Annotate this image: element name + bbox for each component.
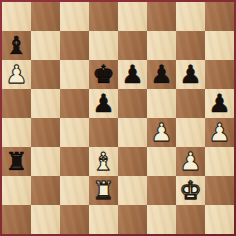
square-d7[interactable] [89, 31, 118, 60]
square-g5[interactable] [176, 89, 205, 118]
square-a8[interactable] [2, 2, 31, 31]
square-f7[interactable] [147, 31, 176, 60]
square-e7[interactable] [118, 31, 147, 60]
square-c6[interactable] [60, 60, 89, 89]
square-h7[interactable] [205, 31, 234, 60]
square-b6[interactable] [31, 60, 60, 89]
square-b7[interactable] [31, 31, 60, 60]
square-d1[interactable] [89, 205, 118, 234]
square-a5[interactable] [2, 89, 31, 118]
square-c4[interactable] [60, 118, 89, 147]
piece-white-king[interactable]: ♚ [176, 176, 205, 205]
square-a7[interactable]: ♝ [2, 31, 31, 60]
square-g3[interactable]: ♟ [176, 147, 205, 176]
square-c2[interactable] [60, 176, 89, 205]
square-b8[interactable] [31, 2, 60, 31]
square-g2[interactable]: ♚ [176, 176, 205, 205]
square-d4[interactable] [89, 118, 118, 147]
square-c7[interactable] [60, 31, 89, 60]
square-d6[interactable]: ♚ [89, 60, 118, 89]
square-f2[interactable] [147, 176, 176, 205]
square-g4[interactable] [176, 118, 205, 147]
square-h6[interactable] [205, 60, 234, 89]
piece-black-pawn[interactable]: ♟ [89, 89, 118, 118]
piece-white-bishop[interactable]: ♝ [89, 147, 118, 176]
square-f4[interactable]: ♟ [147, 118, 176, 147]
square-h5[interactable]: ♟ [205, 89, 234, 118]
square-b2[interactable] [31, 176, 60, 205]
square-d8[interactable] [89, 2, 118, 31]
square-g1[interactable] [176, 205, 205, 234]
square-h2[interactable] [205, 176, 234, 205]
chess-board: ♝♟♚♟♟♟♟♟♟♟♜♝♟♜♚ [2, 2, 234, 234]
square-d5[interactable]: ♟ [89, 89, 118, 118]
piece-white-pawn[interactable]: ♟ [205, 118, 234, 147]
square-c8[interactable] [60, 2, 89, 31]
square-h3[interactable] [205, 147, 234, 176]
piece-white-pawn[interactable]: ♟ [147, 118, 176, 147]
square-e5[interactable] [118, 89, 147, 118]
square-c5[interactable] [60, 89, 89, 118]
square-g6[interactable]: ♟ [176, 60, 205, 89]
square-b3[interactable] [31, 147, 60, 176]
square-d3[interactable]: ♝ [89, 147, 118, 176]
piece-black-rook[interactable]: ♜ [2, 147, 31, 176]
square-a6[interactable]: ♟ [2, 60, 31, 89]
square-f3[interactable] [147, 147, 176, 176]
square-h1[interactable] [205, 205, 234, 234]
square-a4[interactable] [2, 118, 31, 147]
square-d2[interactable]: ♜ [89, 176, 118, 205]
square-g8[interactable] [176, 2, 205, 31]
square-e3[interactable] [118, 147, 147, 176]
square-e6[interactable]: ♟ [118, 60, 147, 89]
square-f8[interactable] [147, 2, 176, 31]
piece-black-bishop[interactable]: ♝ [2, 31, 31, 60]
chess-board-frame: ♝♟♚♟♟♟♟♟♟♟♜♝♟♜♚ [0, 0, 236, 236]
piece-black-pawn[interactable]: ♟ [176, 60, 205, 89]
piece-black-pawn[interactable]: ♟ [205, 89, 234, 118]
square-b1[interactable] [31, 205, 60, 234]
square-g7[interactable] [176, 31, 205, 60]
square-b5[interactable] [31, 89, 60, 118]
square-h4[interactable]: ♟ [205, 118, 234, 147]
square-c1[interactable] [60, 205, 89, 234]
piece-white-pawn[interactable]: ♟ [2, 60, 31, 89]
square-e4[interactable] [118, 118, 147, 147]
piece-white-rook[interactable]: ♜ [89, 176, 118, 205]
piece-black-pawn[interactable]: ♟ [147, 60, 176, 89]
square-c3[interactable] [60, 147, 89, 176]
square-a2[interactable] [2, 176, 31, 205]
square-a1[interactable] [2, 205, 31, 234]
square-h8[interactable] [205, 2, 234, 31]
square-e1[interactable] [118, 205, 147, 234]
square-e2[interactable] [118, 176, 147, 205]
square-a3[interactable]: ♜ [2, 147, 31, 176]
piece-black-king[interactable]: ♚ [89, 60, 118, 89]
square-b4[interactable] [31, 118, 60, 147]
piece-white-pawn[interactable]: ♟ [176, 147, 205, 176]
square-f5[interactable] [147, 89, 176, 118]
square-f6[interactable]: ♟ [147, 60, 176, 89]
piece-black-pawn[interactable]: ♟ [118, 60, 147, 89]
square-f1[interactable] [147, 205, 176, 234]
square-e8[interactable] [118, 2, 147, 31]
